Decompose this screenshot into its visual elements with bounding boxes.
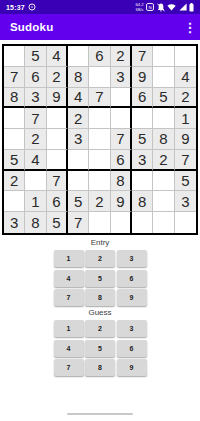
cell-r1c3[interactable]: 4 <box>47 46 68 67</box>
entry-pad-key-8[interactable]: 8 <box>85 289 115 306</box>
cell-r4c1[interactable] <box>4 108 25 129</box>
cell-r6c6[interactable]: 6 <box>111 150 132 171</box>
cell-r2c6[interactable]: 3 <box>111 67 132 88</box>
battery-icon <box>189 3 194 12</box>
cell-r9c8[interactable] <box>153 212 174 233</box>
guess-pad-label: Guess <box>88 308 111 317</box>
guess-pad-key-3[interactable]: 3 <box>117 320 147 337</box>
guess-pad: 123456789 <box>54 320 147 376</box>
cell-r7c2[interactable] <box>25 171 46 192</box>
cellular-signal-icon <box>179 3 187 11</box>
guess-pad-key-6[interactable]: 6 <box>117 340 147 357</box>
cell-r5c5[interactable] <box>89 129 110 150</box>
entry-pad-key-1[interactable]: 1 <box>54 250 84 267</box>
cell-r4c7[interactable] <box>132 108 153 129</box>
nfc-icon: N <box>146 3 154 11</box>
entry-pad-key-2[interactable]: 2 <box>85 250 115 267</box>
cell-r6c8[interactable]: 2 <box>153 150 174 171</box>
cell-r3c7[interactable]: 6 <box>132 88 153 109</box>
guess-pad-key-9[interactable]: 9 <box>117 359 147 376</box>
cell-r5c8[interactable]: 8 <box>153 129 174 150</box>
cell-r6c4[interactable] <box>68 150 89 171</box>
cell-r5c6[interactable]: 7 <box>111 129 132 150</box>
cell-r7c3[interactable]: 7 <box>47 171 68 192</box>
cell-r7c4[interactable] <box>68 171 89 192</box>
cell-r3c8[interactable]: 5 <box>153 88 174 109</box>
cell-r6c3[interactable] <box>47 150 68 171</box>
cell-r2c9[interactable]: 4 <box>175 67 196 88</box>
entry-pad-key-4[interactable]: 4 <box>54 270 84 287</box>
cell-r7c6[interactable]: 8 <box>111 171 132 192</box>
cell-r1c9[interactable] <box>175 46 196 67</box>
cell-r4c9[interactable]: 1 <box>175 108 196 129</box>
cell-r9c5[interactable] <box>89 212 110 233</box>
cell-r2c1[interactable]: 7 <box>4 67 25 88</box>
cell-r2c2[interactable]: 6 <box>25 67 46 88</box>
svg-text:N: N <box>148 5 151 10</box>
cell-r1c7[interactable]: 7 <box>132 46 153 67</box>
cell-r2c3[interactable]: 2 <box>47 67 68 88</box>
cell-r3c5[interactable]: 7 <box>89 88 110 109</box>
wifi-icon <box>167 3 176 11</box>
gesture-nav-handle[interactable] <box>67 413 133 416</box>
cell-r7c1[interactable]: 2 <box>4 171 25 192</box>
cell-r3c2[interactable]: 3 <box>25 88 46 109</box>
cell-r1c5[interactable]: 6 <box>89 46 110 67</box>
guess-pad-key-5[interactable]: 5 <box>85 340 115 357</box>
cell-r7c5[interactable] <box>89 171 110 192</box>
entry-pad-key-6[interactable]: 6 <box>117 270 147 287</box>
cell-r4c2[interactable]: 7 <box>25 108 46 129</box>
cell-r8c9[interactable]: 3 <box>175 191 196 212</box>
cell-r8c1[interactable] <box>4 191 25 212</box>
cell-r5c4[interactable]: 3 <box>68 129 89 150</box>
cell-r4c8[interactable] <box>153 108 174 129</box>
guess-pad-key-4[interactable]: 4 <box>54 340 84 357</box>
entry-pad-key-7[interactable]: 7 <box>54 289 84 306</box>
cell-r2c7[interactable]: 9 <box>132 67 153 88</box>
network-speed-icon: 64.2 KB/s <box>135 2 144 12</box>
sudoku-board: 5462776283948394765272123758954632727851… <box>2 44 198 235</box>
network-speed-value: 64.2 <box>135 2 144 7</box>
cell-r8c7[interactable]: 8 <box>132 191 153 212</box>
cell-r9c4[interactable]: 7 <box>68 212 89 233</box>
cell-r4c5[interactable] <box>89 108 110 129</box>
cell-r1c4[interactable] <box>68 46 89 67</box>
cell-r4c3[interactable] <box>47 108 68 129</box>
cell-r1c6[interactable]: 2 <box>111 46 132 67</box>
cell-r9c2[interactable]: 8 <box>25 212 46 233</box>
cell-r3c4[interactable]: 4 <box>68 88 89 109</box>
cell-r6c5[interactable] <box>89 150 110 171</box>
cell-r1c1[interactable] <box>4 46 25 67</box>
guess-pad-key-7[interactable]: 7 <box>54 359 84 376</box>
cell-r6c2[interactable]: 4 <box>25 150 46 171</box>
cell-r7c7[interactable] <box>132 171 153 192</box>
cell-r3c9[interactable]: 2 <box>175 88 196 109</box>
status-bar: 15:37 64.2 KB/s N <box>0 0 200 14</box>
entry-pad-key-9[interactable]: 9 <box>117 289 147 306</box>
entry-pad: 123456789 <box>54 250 147 306</box>
cell-r2c4[interactable]: 8 <box>68 67 89 88</box>
cell-r1c8[interactable] <box>153 46 174 67</box>
cell-r6c9[interactable]: 7 <box>175 150 196 171</box>
cell-r6c7[interactable]: 3 <box>132 150 153 171</box>
network-speed-unit: KB/s <box>135 8 143 12</box>
cell-r8c5[interactable]: 2 <box>89 191 110 212</box>
cell-r2c5[interactable] <box>89 67 110 88</box>
guess-pad-key-8[interactable]: 8 <box>85 359 115 376</box>
cell-r8c8[interactable] <box>153 191 174 212</box>
entry-pad-key-5[interactable]: 5 <box>85 270 115 287</box>
clock-time: 15:37 <box>6 4 25 11</box>
cell-r8c4[interactable]: 5 <box>68 191 89 212</box>
cell-r2c8[interactable] <box>153 67 174 88</box>
cell-r9c9[interactable] <box>175 212 196 233</box>
cell-r5c1[interactable] <box>4 129 25 150</box>
cell-r8c6[interactable]: 9 <box>111 191 132 212</box>
cell-r3c3[interactable]: 9 <box>47 88 68 109</box>
cell-r5c9[interactable]: 9 <box>175 129 196 150</box>
entry-pad-key-3[interactable]: 3 <box>117 250 147 267</box>
data-saver-icon <box>28 3 36 11</box>
guess-pad-key-2[interactable]: 2 <box>85 320 115 337</box>
guess-pad-key-1[interactable]: 1 <box>54 320 84 337</box>
cell-r4c6[interactable] <box>111 108 132 129</box>
cell-r9c1[interactable]: 3 <box>4 212 25 233</box>
cell-r8c2[interactable]: 1 <box>25 191 46 212</box>
cell-r5c2[interactable]: 2 <box>25 129 46 150</box>
cell-r5c3[interactable] <box>47 129 68 150</box>
cell-r8c3[interactable]: 6 <box>47 191 68 212</box>
cell-r4c4[interactable]: 2 <box>68 108 89 129</box>
cell-r9c3[interactable]: 5 <box>47 212 68 233</box>
cell-r9c7[interactable] <box>132 212 153 233</box>
cell-r7c8[interactable] <box>153 171 174 192</box>
cell-r6c1[interactable]: 5 <box>4 150 25 171</box>
overflow-menu-button[interactable]: ⋮ <box>183 14 197 40</box>
notifications-off-icon <box>157 3 165 12</box>
keypad-section: Entry 123456789 Guess 123456789 <box>0 236 200 376</box>
cell-r1c2[interactable]: 5 <box>25 46 46 67</box>
entry-pad-label: Entry <box>91 238 110 247</box>
page-title: Sudoku <box>10 21 53 33</box>
cell-r3c1[interactable]: 8 <box>4 88 25 109</box>
cell-r9c6[interactable] <box>111 212 132 233</box>
cell-r3c6[interactable] <box>111 88 132 109</box>
app-bar: Sudoku ⋮ <box>0 14 200 40</box>
cell-r7c9[interactable]: 5 <box>175 171 196 192</box>
cell-r5c7[interactable]: 5 <box>132 129 153 150</box>
